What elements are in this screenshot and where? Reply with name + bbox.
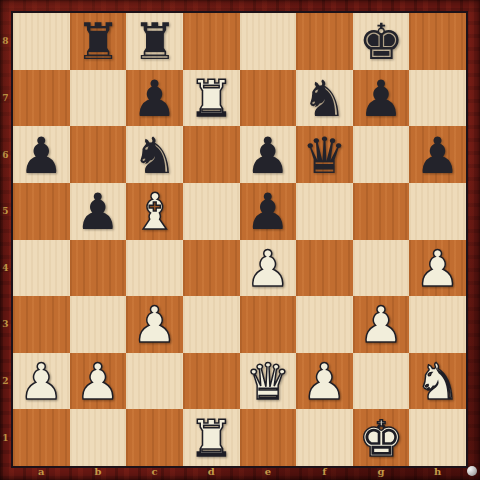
square-a8[interactable] (13, 13, 70, 70)
piece-black-knight-c6[interactable]: ♞ (132, 131, 177, 181)
square-d7[interactable]: ♜ (183, 70, 240, 127)
square-f8[interactable] (296, 13, 353, 70)
square-g1[interactable]: ♚ (353, 409, 410, 466)
square-e7[interactable] (240, 70, 297, 127)
square-e4[interactable]: ♟ (240, 240, 297, 297)
piece-white-rook-d1[interactable]: ♜ (189, 414, 234, 464)
file-label-c: c (126, 463, 183, 480)
rank-label-2: 2 (0, 353, 11, 410)
file-label-g: g (353, 463, 410, 480)
rank-label-6: 6 (0, 126, 11, 183)
square-b2[interactable]: ♟ (70, 353, 127, 410)
square-b1[interactable] (70, 409, 127, 466)
square-c6[interactable]: ♞ (126, 126, 183, 183)
piece-black-rook-c8[interactable]: ♜ (132, 17, 177, 67)
square-d2[interactable] (183, 353, 240, 410)
square-f5[interactable] (296, 183, 353, 240)
piece-black-pawn-c7[interactable]: ♟ (132, 74, 177, 124)
square-h1[interactable] (409, 409, 466, 466)
rank-labels: 87654321 (0, 13, 11, 466)
square-a5[interactable] (13, 183, 70, 240)
square-b3[interactable] (70, 296, 127, 353)
square-g4[interactable] (353, 240, 410, 297)
piece-white-pawn-b2[interactable]: ♟ (76, 357, 121, 407)
square-h4[interactable]: ♟ (409, 240, 466, 297)
square-b4[interactable] (70, 240, 127, 297)
piece-white-pawn-h4[interactable]: ♟ (415, 244, 460, 294)
square-c8[interactable]: ♜ (126, 13, 183, 70)
piece-white-queen-e2[interactable]: ♛ (245, 357, 290, 407)
square-g7[interactable]: ♟ (353, 70, 410, 127)
square-f6[interactable]: ♛ (296, 126, 353, 183)
square-a6[interactable]: ♟ (13, 126, 70, 183)
file-label-e: e (240, 463, 297, 480)
square-a4[interactable] (13, 240, 70, 297)
file-label-b: b (70, 463, 127, 480)
square-b5[interactable]: ♟ (70, 183, 127, 240)
square-b6[interactable] (70, 126, 127, 183)
piece-black-pawn-h6[interactable]: ♟ (415, 131, 460, 181)
square-e5[interactable]: ♟ (240, 183, 297, 240)
square-c7[interactable]: ♟ (126, 70, 183, 127)
square-d1[interactable]: ♜ (183, 409, 240, 466)
square-g5[interactable] (353, 183, 410, 240)
file-label-h: h (409, 463, 466, 480)
square-h7[interactable] (409, 70, 466, 127)
piece-white-king-g1[interactable]: ♚ (359, 414, 404, 464)
square-f3[interactable] (296, 296, 353, 353)
square-d5[interactable] (183, 183, 240, 240)
rank-label-3: 3 (0, 296, 11, 353)
square-e2[interactable]: ♛ (240, 353, 297, 410)
square-d8[interactable] (183, 13, 240, 70)
piece-black-pawn-e5[interactable]: ♟ (245, 187, 290, 237)
square-c5[interactable]: ♝ (126, 183, 183, 240)
piece-white-knight-h2[interactable]: ♞ (415, 357, 460, 407)
file-label-a: a (13, 463, 70, 480)
square-h5[interactable] (409, 183, 466, 240)
square-c3[interactable]: ♟ (126, 296, 183, 353)
piece-white-pawn-c3[interactable]: ♟ (132, 300, 177, 350)
rank-label-8: 8 (0, 13, 11, 70)
square-b8[interactable]: ♜ (70, 13, 127, 70)
white-to-move-indicator (467, 466, 477, 476)
square-h8[interactable] (409, 13, 466, 70)
square-c4[interactable] (126, 240, 183, 297)
square-f1[interactable] (296, 409, 353, 466)
piece-white-pawn-a2[interactable]: ♟ (19, 357, 64, 407)
piece-black-pawn-b5[interactable]: ♟ (76, 187, 121, 237)
piece-white-rook-d7[interactable]: ♜ (189, 74, 234, 124)
square-b7[interactable] (70, 70, 127, 127)
piece-black-pawn-a6[interactable]: ♟ (19, 131, 64, 181)
file-labels: abcdefgh (13, 463, 466, 480)
square-f2[interactable]: ♟ (296, 353, 353, 410)
rank-label-1: 1 (0, 409, 11, 466)
square-d4[interactable] (183, 240, 240, 297)
rank-label-7: 7 (0, 70, 11, 127)
square-h3[interactable] (409, 296, 466, 353)
piece-white-pawn-f2[interactable]: ♟ (302, 357, 347, 407)
square-a1[interactable] (13, 409, 70, 466)
piece-black-queen-f6[interactable]: ♛ (302, 131, 347, 181)
square-d3[interactable] (183, 296, 240, 353)
board-frame: ♜♜♚♟♜♞♟♟♞♟♛♟♟♝♟♟♟♟♟♟♟♛♟♞♜♚ (11, 11, 468, 468)
square-h2[interactable]: ♞ (409, 353, 466, 410)
rank-label-5: 5 (0, 183, 11, 240)
piece-white-pawn-e4[interactable]: ♟ (245, 244, 290, 294)
square-e3[interactable] (240, 296, 297, 353)
square-g3[interactable]: ♟ (353, 296, 410, 353)
board: ♜♜♚♟♜♞♟♟♞♟♛♟♟♝♟♟♟♟♟♟♟♛♟♞♜♚ (13, 13, 466, 466)
piece-black-knight-f7[interactable]: ♞ (302, 74, 347, 124)
square-g2[interactable] (353, 353, 410, 410)
piece-white-bishop-c5[interactable]: ♝ (132, 187, 177, 237)
piece-black-pawn-g7[interactable]: ♟ (359, 74, 404, 124)
square-g6[interactable] (353, 126, 410, 183)
piece-white-pawn-g3[interactable]: ♟ (359, 300, 404, 350)
square-e8[interactable] (240, 13, 297, 70)
square-a3[interactable] (13, 296, 70, 353)
piece-black-rook-b8[interactable]: ♜ (76, 17, 121, 67)
square-c2[interactable] (126, 353, 183, 410)
square-h6[interactable]: ♟ (409, 126, 466, 183)
rank-label-4: 4 (0, 240, 11, 297)
file-label-d: d (183, 463, 240, 480)
square-e6[interactable]: ♟ (240, 126, 297, 183)
square-f4[interactable] (296, 240, 353, 297)
chessboard-window: 87654321 ♜♜♚♟♜♞♟♟♞♟♛♟♟♝♟♟♟♟♟♟♟♛♟♞♜♚ abcd… (0, 0, 480, 480)
piece-black-king-g8[interactable]: ♚ (359, 17, 404, 67)
square-d6[interactable] (183, 126, 240, 183)
square-g8[interactable]: ♚ (353, 13, 410, 70)
square-a7[interactable] (13, 70, 70, 127)
square-e1[interactable] (240, 409, 297, 466)
piece-black-pawn-e6[interactable]: ♟ (245, 131, 290, 181)
square-c1[interactable] (126, 409, 183, 466)
square-a2[interactable]: ♟ (13, 353, 70, 410)
square-f7[interactable]: ♞ (296, 70, 353, 127)
file-label-f: f (296, 463, 353, 480)
